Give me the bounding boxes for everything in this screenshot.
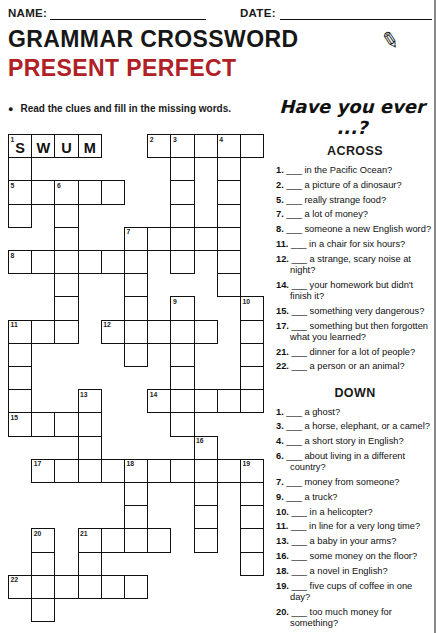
have-you-ever-prompt: Have you ever ...? — [272, 96, 432, 138]
grid-cell-r4c5[interactable]: 7 — [124, 227, 148, 251]
grid-cell-r5c1[interactable] — [31, 250, 55, 274]
grid-cell-r7c10[interactable]: 10 — [240, 296, 264, 320]
grid-cell-r13c3[interactable] — [78, 436, 102, 460]
across-clue-11: 11. ___ in a chair for six hours? — [276, 239, 434, 250]
grid-cell-r7c7[interactable]: 9 — [170, 296, 194, 320]
instruction-text: Read the clues and fill in the missing w… — [20, 103, 231, 114]
grid-cell-r11c8[interactable] — [194, 389, 218, 413]
grid-cell-r17c10[interactable] — [240, 528, 264, 552]
grid-cell-r0c7[interactable]: 3 — [170, 134, 194, 158]
cell-number: 18 — [127, 460, 135, 467]
clues-panel: ACROSS 1. ___ in the Pacific Ocean?2. __… — [276, 144, 434, 633]
grid-cell-r16c10[interactable] — [240, 505, 264, 529]
grid-cell-r18c3[interactable] — [78, 552, 102, 576]
cell-number: 6 — [57, 182, 61, 189]
grid-cell-r18c10[interactable] — [240, 552, 264, 576]
grid-cell-r0c1: W — [31, 134, 55, 158]
grid-cell-r7c2[interactable] — [54, 296, 78, 320]
grid-cell-r6c9[interactable] — [217, 273, 241, 297]
grid-cell-r4c7[interactable] — [170, 227, 194, 251]
pencil-icon: ✎ — [378, 26, 401, 55]
grid-cell-r5c7[interactable] — [170, 250, 194, 274]
grid-cell-r4c9[interactable] — [217, 227, 241, 251]
down-clue-19: 19. ___ five cups of coffee in one day? — [276, 581, 434, 603]
across-clue-14: 14. ___ your homework but didn't finish … — [276, 280, 434, 302]
instruction-line: ●Read the clues and fill in the missing … — [8, 103, 268, 114]
grid-cell-r17c8[interactable] — [194, 528, 218, 552]
grid-cell-r2c7[interactable] — [170, 180, 194, 204]
grid-cell-r8c10[interactable] — [240, 320, 264, 344]
grid-cell-r0c6[interactable]: 2 — [147, 134, 171, 158]
grid-cell-r0c0: 1S — [8, 134, 32, 158]
grid-cell-r5c4[interactable] — [101, 250, 125, 274]
across-header: ACROSS — [276, 144, 434, 158]
grid-cell-r13c8[interactable]: 16 — [194, 436, 218, 460]
grid-cell-r19c0[interactable]: 22 — [8, 575, 32, 599]
grid-cell-r17c3[interactable]: 21 — [78, 528, 102, 552]
grid-cell-r19c1[interactable] — [31, 575, 55, 599]
cell-number: 14 — [150, 391, 158, 398]
down-clue-list: 1. ___ a ghost?3. ___ a horse, elephant,… — [276, 407, 434, 633]
grid-cell-r2c1[interactable] — [31, 180, 55, 204]
grid-cell-r14c2[interactable] — [54, 459, 78, 483]
grid-cell-r18c1[interactable] — [31, 552, 55, 576]
grid-cell-r14c4[interactable] — [101, 459, 125, 483]
grid-cell-r5c3[interactable] — [78, 250, 102, 274]
across-clue-12: 12. ___ a strange, scary noise at night? — [276, 254, 434, 276]
grid-cell-r14c10[interactable]: 19 — [240, 459, 264, 483]
across-clue-21: 21. ___ dinner for a lot of people? — [276, 347, 434, 358]
grid-cell-r5c5[interactable] — [124, 250, 148, 274]
grid-cell-r3c2[interactable] — [54, 204, 78, 228]
grid-cell-r6c2[interactable] — [54, 273, 78, 297]
grid-cell-r12c2[interactable] — [54, 412, 78, 436]
grid-cell-r2c2[interactable]: 6 — [54, 180, 78, 204]
grid-cell-r14c3[interactable] — [78, 459, 102, 483]
grid-cell-r1c0[interactable] — [8, 157, 32, 181]
date-label: DATE: — [240, 7, 276, 19]
grid-cell-r0c9[interactable]: 4 — [217, 134, 241, 158]
prefilled-letter: U — [55, 137, 77, 159]
grid-cell-r11c9[interactable] — [217, 389, 241, 413]
down-clue-9: 9. ___ a truck? — [276, 492, 434, 503]
grid-cell-r2c4[interactable] — [101, 180, 125, 204]
grid-cell-r10c0[interactable] — [8, 366, 32, 390]
grid-cell-r11c3[interactable]: 13 — [78, 389, 102, 413]
grid-cell-r2c0[interactable]: 5 — [8, 180, 32, 204]
grid-cell-r4c8[interactable] — [194, 227, 218, 251]
grid-cell-r9c0[interactable] — [8, 343, 32, 367]
prefilled-letter: S — [9, 137, 31, 159]
grid-cell-r14c6[interactable] — [147, 459, 171, 483]
grid-cell-r14c9[interactable] — [217, 459, 241, 483]
grid-cell-r3c9[interactable] — [217, 204, 241, 228]
across-clue-7: 7. ___ a lot of money? — [276, 209, 434, 220]
grid-cell-r3c0[interactable] — [8, 204, 32, 228]
down-clue-13: 13. ___ a baby in your arms? — [276, 536, 434, 547]
across-clue-15: 15. ___ something very dangerous? — [276, 306, 434, 317]
grid-cell-r12c3[interactable] — [78, 412, 102, 436]
across-clue-8: 8. ___ someone a new English word? — [276, 224, 434, 235]
grid-cell-r17c6[interactable] — [147, 528, 171, 552]
cell-number: 8 — [11, 252, 15, 259]
grid-cell-r14c8[interactable] — [194, 459, 218, 483]
grid-cell-r7c5[interactable] — [124, 296, 148, 320]
cell-number: 20 — [34, 530, 42, 537]
grid-cell-r14c7[interactable] — [170, 459, 194, 483]
grid-cell-r17c5[interactable] — [124, 528, 148, 552]
cell-number: 4 — [219, 136, 223, 143]
across-clue-2: 2. ___ a picture of a dinosaur? — [276, 180, 434, 191]
grid-cell-r0c2: U — [54, 134, 78, 158]
down-clue-18: 18. ___ a novel in English? — [276, 566, 434, 577]
down-clue-3: 3. ___ a horse, elephant, or a camel? — [276, 421, 434, 432]
grid-cell-r11c10[interactable] — [240, 389, 264, 413]
grid-cell-r6c5[interactable] — [124, 273, 148, 297]
grid-cell-r0c3: M — [78, 134, 102, 158]
down-clue-11: 11. ___ in line for a very long time? — [276, 521, 434, 532]
grid-cell-r14c5[interactable]: 18 — [124, 459, 148, 483]
grid-cell-r0c8[interactable] — [194, 134, 218, 158]
grid-cell-r4c6[interactable] — [147, 227, 171, 251]
grid-cell-r5c0[interactable]: 8 — [8, 250, 32, 274]
cell-number: 11 — [11, 321, 18, 328]
grid-cell-r1c7[interactable] — [170, 157, 194, 181]
grid-cell-r5c2[interactable] — [54, 250, 78, 274]
date-input-line[interactable] — [280, 19, 432, 20]
cell-number: 9 — [173, 298, 177, 305]
grid-cell-r8c8[interactable] — [194, 320, 218, 344]
page-subtitle: PRESENT PERFECT — [8, 55, 236, 82]
cell-number: 21 — [80, 530, 88, 537]
grid-cell-r0c10[interactable] — [240, 134, 264, 158]
name-date-row: NAME: DATE: — [8, 6, 432, 22]
grid-cell-r8c6[interactable] — [147, 320, 171, 344]
grid-cell-r17c4[interactable] — [101, 528, 125, 552]
down-header: DOWN — [276, 386, 434, 400]
grid-cell-r15c5[interactable] — [124, 482, 148, 506]
down-clue-7: 7. ___ money from someone? — [276, 477, 434, 488]
cell-number: 13 — [80, 391, 88, 398]
grid-cell-r15c10[interactable] — [240, 482, 264, 506]
down-clue-10: 10. ___ in a helicopter? — [276, 507, 434, 518]
grid-cell-r12c7[interactable] — [170, 412, 194, 436]
down-clue-6: 6. ___ about living in a different count… — [276, 451, 434, 473]
across-clue-list: 1. ___ in the Pacific Ocean?2. ___ a pic… — [276, 165, 434, 373]
name-input-line[interactable] — [50, 19, 206, 20]
across-clue-1: 1. ___ in the Pacific Ocean? — [276, 165, 434, 176]
prefilled-letter: W — [32, 137, 54, 159]
grid-cell-r8c1[interactable] — [31, 320, 55, 344]
cell-number: 12 — [103, 321, 111, 328]
down-clue-4: 4. ___ a short story in English? — [276, 436, 434, 447]
grid-cell-r15c8[interactable] — [194, 482, 218, 506]
grid-cell-r8c7[interactable] — [170, 320, 194, 344]
grid-cell-r9c10[interactable] — [240, 343, 264, 367]
bullet-icon: ● — [8, 104, 13, 114]
grid-cell-r17c1[interactable]: 20 — [31, 528, 55, 552]
down-clue-1: 1. ___ a ghost? — [276, 407, 434, 418]
cell-number: 2 — [150, 136, 154, 143]
grid-cell-r19c5[interactable] — [124, 575, 148, 599]
grid-cell-r16c5[interactable] — [124, 505, 148, 529]
across-clue-5: 5. ___ really strange food? — [276, 195, 434, 206]
grid-cell-r19c4[interactable] — [101, 575, 125, 599]
grid-cell-r2c9[interactable] — [217, 180, 241, 204]
grid-cell-r9c5[interactable] — [124, 343, 148, 367]
grid-cell-r19c3[interactable] — [78, 575, 102, 599]
cell-number: 10 — [243, 298, 251, 305]
grid-cell-r19c2[interactable] — [54, 575, 78, 599]
cell-number: 15 — [11, 414, 19, 421]
grid-cell-r11c0[interactable] — [8, 389, 32, 413]
grid-cell-r3c7[interactable] — [170, 204, 194, 228]
across-clue-22: 22. ___ a person or an animal? — [276, 361, 434, 372]
grid-cell-r12c0[interactable]: 15 — [8, 412, 32, 436]
grid-cell-r11c6[interactable]: 14 — [147, 389, 171, 413]
grid-cell-r8c0[interactable]: 11 — [8, 320, 32, 344]
grid-cell-r16c8[interactable] — [194, 505, 218, 529]
grid-cell-r12c1[interactable] — [31, 412, 55, 436]
grid-cell-r8c4[interactable]: 12 — [101, 320, 125, 344]
grid-cell-r2c3[interactable] — [78, 180, 102, 204]
cell-number: 7 — [127, 228, 131, 235]
cell-number: 3 — [173, 136, 177, 143]
grid-cell-r20c1[interactable] — [31, 598, 55, 622]
across-clue-17: 17. ___ something but then forgotten wha… — [276, 321, 434, 343]
prefilled-letter: M — [79, 137, 101, 159]
grid-cell-r8c5[interactable] — [124, 320, 148, 344]
cell-number: 17 — [34, 460, 42, 467]
cell-number: 16 — [196, 437, 204, 444]
cell-number: 19 — [243, 460, 251, 467]
grid-cell-r9c7[interactable] — [170, 343, 194, 367]
grid-cell-r4c2[interactable] — [54, 227, 78, 251]
down-clue-16: 16. ___ some money on the floor? — [276, 551, 434, 562]
grid-cell-r5c9[interactable] — [217, 250, 241, 274]
grid-cell-r10c10[interactable] — [240, 366, 264, 390]
crossword-grid: 1SWUM2345678910111213141516171819202122 — [8, 134, 266, 626]
down-clue-20: 20. ___ too much money for something? — [276, 607, 434, 629]
cell-number: 22 — [11, 576, 19, 583]
name-label: NAME: — [8, 7, 47, 19]
page-title: GRAMMAR CROSSWORD — [8, 26, 298, 53]
grid-cell-r10c7[interactable] — [170, 366, 194, 390]
cell-number: 5 — [11, 182, 15, 189]
grid-cell-r1c9[interactable] — [217, 157, 241, 181]
grid-cell-r8c2[interactable] — [54, 320, 78, 344]
grid-cell-r11c7[interactable] — [170, 389, 194, 413]
grid-cell-r14c1[interactable]: 17 — [31, 459, 55, 483]
